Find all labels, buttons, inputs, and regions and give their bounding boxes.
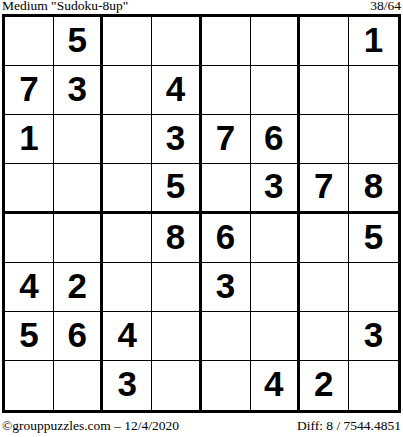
sudoku-board: 51734137653788654235643342	[2, 14, 401, 413]
cell-r7c3-given-4[interactable]: 4	[103, 312, 152, 361]
cell-r2c8-empty[interactable]	[349, 66, 398, 115]
cell-r4c4-given-5[interactable]: 5	[152, 164, 201, 213]
cell-r6c3-empty[interactable]	[103, 263, 152, 312]
cell-r7c6-empty[interactable]	[251, 312, 300, 361]
cell-r2c1-given-7[interactable]: 7	[5, 66, 54, 115]
cell-r2c6-empty[interactable]	[251, 66, 300, 115]
cell-r7c4-empty[interactable]	[152, 312, 201, 361]
cell-r5c2-empty[interactable]	[54, 214, 103, 263]
footer: ©grouppuzzles.com – 12/4/2020 Diff: 8 / …	[2, 418, 401, 434]
cell-r8c1-empty[interactable]	[5, 361, 54, 410]
cell-r2c2-given-3[interactable]: 3	[54, 66, 103, 115]
cell-r6c7-empty[interactable]	[300, 263, 349, 312]
cell-r1c7-empty[interactable]	[300, 17, 349, 66]
cell-r4c6-given-3[interactable]: 3	[251, 164, 300, 213]
cell-r6c4-empty[interactable]	[152, 263, 201, 312]
cell-r8c5-empty[interactable]	[202, 361, 251, 410]
cell-r8c6-given-4[interactable]: 4	[251, 361, 300, 410]
cell-r8c3-given-3[interactable]: 3	[103, 361, 152, 410]
cell-r7c1-given-5[interactable]: 5	[5, 312, 54, 361]
cell-r7c5-empty[interactable]	[202, 312, 251, 361]
cell-r6c2-given-2[interactable]: 2	[54, 263, 103, 312]
difficulty-text: Diff: 8 / 7544.4851	[297, 418, 401, 434]
header: Medium "Sudoku-8up" 38/64	[2, 0, 401, 13]
cell-r7c8-given-3[interactable]: 3	[349, 312, 398, 361]
cell-r5c1-empty[interactable]	[5, 214, 54, 263]
cell-r6c5-given-3[interactable]: 3	[202, 263, 251, 312]
cell-r3c2-empty[interactable]	[54, 115, 103, 164]
cell-r7c2-given-6[interactable]: 6	[54, 312, 103, 361]
cell-r4c1-empty[interactable]	[5, 164, 54, 213]
cell-r4c8-given-8[interactable]: 8	[349, 164, 398, 213]
puzzle-title: Medium "Sudoku-8up"	[2, 0, 128, 14]
cell-r6c8-empty[interactable]	[349, 263, 398, 312]
empty-count-label: 38/64	[370, 0, 401, 14]
cell-r2c3-empty[interactable]	[103, 66, 152, 115]
cell-r1c4-empty[interactable]	[152, 17, 201, 66]
cell-r3c6-given-6[interactable]: 6	[251, 115, 300, 164]
cell-r4c2-empty[interactable]	[54, 164, 103, 213]
cell-r6c6-empty[interactable]	[251, 263, 300, 312]
cell-r3c7-empty[interactable]	[300, 115, 349, 164]
cell-r1c5-empty[interactable]	[202, 17, 251, 66]
cell-r7c7-empty[interactable]	[300, 312, 349, 361]
cell-r5c7-empty[interactable]	[300, 214, 349, 263]
cell-r1c1-empty[interactable]	[5, 17, 54, 66]
cell-r4c7-given-7[interactable]: 7	[300, 164, 349, 213]
cell-r1c3-empty[interactable]	[103, 17, 152, 66]
cell-r5c8-given-5[interactable]: 5	[349, 214, 398, 263]
cell-r2c7-empty[interactable]	[300, 66, 349, 115]
cell-r1c8-given-1[interactable]: 1	[349, 17, 398, 66]
cell-r6c1-given-4[interactable]: 4	[5, 263, 54, 312]
cell-r2c5-empty[interactable]	[202, 66, 251, 115]
cell-r3c5-given-7[interactable]: 7	[202, 115, 251, 164]
cell-r5c3-empty[interactable]	[103, 214, 152, 263]
cell-r3c4-given-3[interactable]: 3	[152, 115, 201, 164]
cell-r2c4-given-4[interactable]: 4	[152, 66, 201, 115]
cell-r3c1-given-1[interactable]: 1	[5, 115, 54, 164]
cell-r5c6-empty[interactable]	[251, 214, 300, 263]
cell-r8c7-given-2[interactable]: 2	[300, 361, 349, 410]
cell-r8c4-empty[interactable]	[152, 361, 201, 410]
cell-r8c2-empty[interactable]	[54, 361, 103, 410]
cell-r4c3-empty[interactable]	[103, 164, 152, 213]
cell-r3c3-empty[interactable]	[103, 115, 152, 164]
copyright-text: ©grouppuzzles.com – 12/4/2020	[2, 418, 179, 434]
cell-r1c6-empty[interactable]	[251, 17, 300, 66]
cell-r5c5-given-6[interactable]: 6	[202, 214, 251, 263]
cell-r3c8-empty[interactable]	[349, 115, 398, 164]
cell-r1c2-given-5[interactable]: 5	[54, 17, 103, 66]
cell-r4c5-empty[interactable]	[202, 164, 251, 213]
cell-r5c4-given-8[interactable]: 8	[152, 214, 201, 263]
cell-r8c8-empty[interactable]	[349, 361, 398, 410]
